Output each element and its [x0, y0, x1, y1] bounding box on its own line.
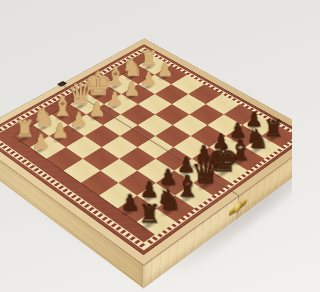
b-r-glyph: ♜ [137, 202, 160, 228]
w-p-glyph: ♟ [32, 131, 50, 151]
b-p-glyph: ♟ [120, 192, 140, 214]
photo-scene: ♜♞♝♛♚♝♞♜♟♟♟♟♟♟♟♟♟♟♟♟♟♟♟♟♜♞♝♛♚♝♞♜ [0, 0, 292, 292]
w-p-glyph: ♟ [51, 120, 69, 140]
chess-board-box: ♜♞♝♛♚♝♞♜♟♟♟♟♟♟♟♟♟♟♟♟♟♟♟♟♜♞♝♛♚♝♞♜ [0, 39, 292, 265]
